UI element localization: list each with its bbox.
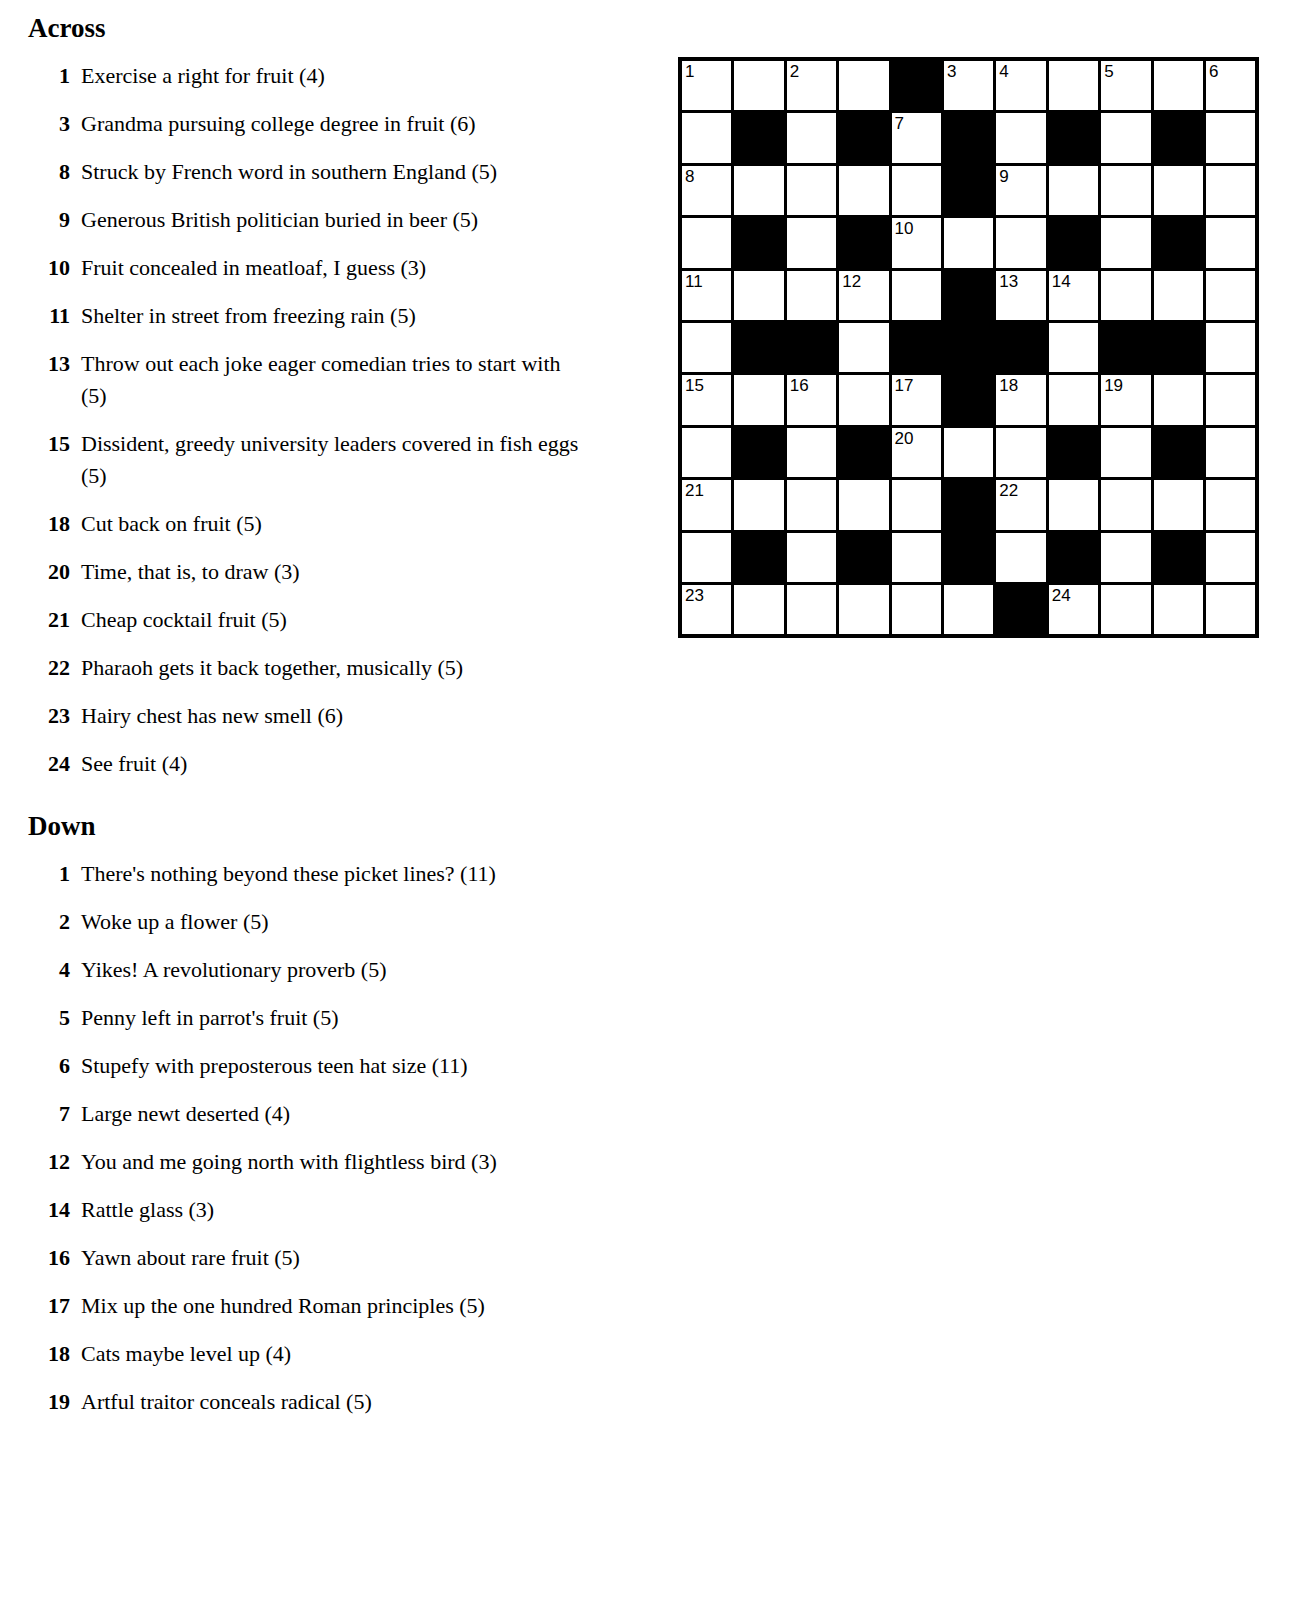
across-clue-20: 20Time, that is, to draw (3) xyxy=(28,556,660,588)
grid-cell-r1c11[interactable]: 6 xyxy=(1206,61,1255,110)
grid-cell-r7c5[interactable]: 17 xyxy=(892,375,941,424)
down-clue-12: 12You and me going north with flightless… xyxy=(28,1146,660,1178)
clue-number: 18 xyxy=(28,508,81,540)
grid-cell-r8c11[interactable] xyxy=(1206,428,1255,477)
grid-cell-r7c2[interactable] xyxy=(734,375,783,424)
cell-number: 22 xyxy=(999,481,1018,500)
grid-cell-r8c10 xyxy=(1154,428,1203,477)
cell-number: 12 xyxy=(842,272,861,291)
down-clue-list: 1There's nothing beyond these picket lin… xyxy=(28,858,660,1418)
cell-number: 13 xyxy=(999,272,1018,291)
grid-cell-r11c5[interactable] xyxy=(892,585,941,634)
grid-cell-r4c5[interactable]: 10 xyxy=(892,218,941,267)
grid-cell-r9c2[interactable] xyxy=(734,480,783,529)
across-clue-10: 10Fruit concealed in meatloaf, I guess (… xyxy=(28,252,660,284)
grid-cell-r7c7[interactable]: 18 xyxy=(996,375,1045,424)
grid-cell-r5c5[interactable] xyxy=(892,271,941,320)
clue-text: Cats maybe level up (4) xyxy=(81,1338,291,1370)
grid-cell-r9c5[interactable] xyxy=(892,480,941,529)
down-header: Down xyxy=(28,810,660,842)
cell-number: 6 xyxy=(1209,62,1218,81)
clue-number: 6 xyxy=(28,1050,81,1082)
grid-cell-r7c6 xyxy=(944,375,993,424)
clue-text: Mix up the one hundred Roman principles … xyxy=(81,1290,485,1322)
grid-cell-r7c11[interactable] xyxy=(1206,375,1255,424)
cell-number: 8 xyxy=(685,167,694,186)
down-clue-17: 17Mix up the one hundred Roman principle… xyxy=(28,1290,660,1322)
cell-number: 15 xyxy=(685,376,704,395)
clue-number: 9 xyxy=(28,204,81,236)
grid-cell-r5c11[interactable] xyxy=(1206,271,1255,320)
grid-cell-r8c6[interactable] xyxy=(944,428,993,477)
grid-cell-r5c1[interactable]: 11 xyxy=(682,271,731,320)
down-clue-14: 14Rattle glass (3) xyxy=(28,1194,660,1226)
grid-cell-r2c7[interactable] xyxy=(996,113,1045,162)
grid-cell-r4c11[interactable] xyxy=(1206,218,1255,267)
grid-cell-r11c1[interactable]: 23 xyxy=(682,585,731,634)
clue-text: Stupefy with preposterous teen hat size … xyxy=(81,1050,468,1082)
cell-number: 19 xyxy=(1104,376,1123,395)
grid-cell-r4c2 xyxy=(734,218,783,267)
down-clue-5: 5Penny left in parrot's fruit (5) xyxy=(28,1002,660,1034)
grid-cell-r8c3[interactable] xyxy=(787,428,836,477)
clue-number: 1 xyxy=(28,60,81,92)
grid-cell-r8c9[interactable] xyxy=(1101,428,1150,477)
down-clue-18: 18Cats maybe level up (4) xyxy=(28,1338,660,1370)
across-clue-9: 9Generous British politician buried in b… xyxy=(28,204,660,236)
clue-number: 24 xyxy=(28,748,81,780)
grid-cell-r1c2[interactable] xyxy=(734,61,783,110)
cell-number: 2 xyxy=(790,62,799,81)
grid-cell-r5c9[interactable] xyxy=(1101,271,1150,320)
across-clue-8: 8Struck by French word in southern Engla… xyxy=(28,156,660,188)
grid-cell-r5c8[interactable]: 14 xyxy=(1049,271,1098,320)
across-clue-11: 11Shelter in street from freezing rain (… xyxy=(28,300,660,332)
grid-cell-r10c4 xyxy=(839,533,888,582)
clue-text: Shelter in street from freezing rain (5) xyxy=(81,300,416,332)
cell-number: 24 xyxy=(1052,586,1071,605)
clue-number: 1 xyxy=(28,858,81,890)
across-clue-24: 24See fruit (4) xyxy=(28,748,660,780)
grid-cell-r5c7[interactable]: 13 xyxy=(996,271,1045,320)
grid-cell-r4c3[interactable] xyxy=(787,218,836,267)
grid-cell-r6c11[interactable] xyxy=(1206,323,1255,372)
clue-number: 7 xyxy=(28,1098,81,1130)
grid-cell-r5c6 xyxy=(944,271,993,320)
grid-cell-r7c10[interactable] xyxy=(1154,375,1203,424)
grid-cell-r5c4[interactable]: 12 xyxy=(839,271,888,320)
grid-cell-r11c3[interactable] xyxy=(787,585,836,634)
grid-cell-r7c9[interactable]: 19 xyxy=(1101,375,1150,424)
grid-cell-r4c10 xyxy=(1154,218,1203,267)
grid-cell-r3c1[interactable]: 8 xyxy=(682,166,731,215)
grid-cell-r2c11[interactable] xyxy=(1206,113,1255,162)
grid-cell-r1c1[interactable]: 1 xyxy=(682,61,731,110)
grid-cell-r1c10[interactable] xyxy=(1154,61,1203,110)
grid-cell-r10c11[interactable] xyxy=(1206,533,1255,582)
grid-cell-r10c2 xyxy=(734,533,783,582)
grid-cell-r2c10 xyxy=(1154,113,1203,162)
grid-cell-r1c3[interactable]: 2 xyxy=(787,61,836,110)
grid-cell-r11c6[interactable] xyxy=(944,585,993,634)
clue-number: 22 xyxy=(28,652,81,684)
cell-number: 21 xyxy=(685,481,704,500)
clue-number: 5 xyxy=(28,1002,81,1034)
grid-cell-r2c2 xyxy=(734,113,783,162)
grid-cell-r11c11[interactable] xyxy=(1206,585,1255,634)
grid-cell-r2c4 xyxy=(839,113,888,162)
grid-cell-r2c5[interactable]: 7 xyxy=(892,113,941,162)
grid-cell-r6c4[interactable] xyxy=(839,323,888,372)
grid-cell-r9c4[interactable] xyxy=(839,480,888,529)
across-clue-15: 15Dissident, greedy university leaders c… xyxy=(28,428,660,492)
cell-number: 7 xyxy=(895,114,904,133)
across-clue-13: 13Throw out each joke eager comedian tri… xyxy=(28,348,660,412)
grid-cell-r6c5 xyxy=(892,323,941,372)
grid-cell-r10c7[interactable] xyxy=(996,533,1045,582)
clue-text: Throw out each joke eager comedian tries… xyxy=(81,348,586,412)
grid-cell-r1c9[interactable]: 5 xyxy=(1101,61,1150,110)
clue-number: 14 xyxy=(28,1194,81,1226)
cell-number: 3 xyxy=(947,62,956,81)
grid-cell-r2c9[interactable] xyxy=(1101,113,1150,162)
cell-number: 1 xyxy=(685,62,694,81)
grid-cell-r3c9[interactable] xyxy=(1101,166,1150,215)
grid-cell-r9c7[interactable]: 22 xyxy=(996,480,1045,529)
down-clue-4: 4Yikes! A revolutionary proverb (5) xyxy=(28,954,660,986)
clue-text: Hairy chest has new smell (6) xyxy=(81,700,343,732)
cell-number: 16 xyxy=(790,376,809,395)
grid-cell-r1c7[interactable]: 4 xyxy=(996,61,1045,110)
grid-cell-r9c1[interactable]: 21 xyxy=(682,480,731,529)
grid-cell-r5c3[interactable] xyxy=(787,271,836,320)
clues-panel: Across 1Exercise a right for fruit (4)3G… xyxy=(0,0,660,1434)
grid-cell-r7c4[interactable] xyxy=(839,375,888,424)
clue-text: There's nothing beyond these picket line… xyxy=(81,858,496,890)
clue-text: Exercise a right for fruit (4) xyxy=(81,60,325,92)
grid-cell-r2c3[interactable] xyxy=(787,113,836,162)
grid-cell-r10c3[interactable] xyxy=(787,533,836,582)
down-clue-16: 16Yawn about rare fruit (5) xyxy=(28,1242,660,1274)
grid-cell-r4c8 xyxy=(1049,218,1098,267)
clue-number: 20 xyxy=(28,556,81,588)
grid-cell-r9c6 xyxy=(944,480,993,529)
cell-number: 17 xyxy=(895,376,914,395)
clue-text: Large newt deserted (4) xyxy=(81,1098,290,1130)
across-clue-23: 23Hairy chest has new smell (6) xyxy=(28,700,660,732)
clue-number: 21 xyxy=(28,604,81,636)
cell-number: 10 xyxy=(895,219,914,238)
grid-cell-r6c3 xyxy=(787,323,836,372)
grid-cell-r6c10 xyxy=(1154,323,1203,372)
grid-cell-r8c7[interactable] xyxy=(996,428,1045,477)
clue-text: Generous British politician buried in be… xyxy=(81,204,478,236)
grid-cells: 123456789101112131415161718192021222324 xyxy=(678,57,1259,638)
grid-cell-r3c7[interactable]: 9 xyxy=(996,166,1045,215)
cell-number: 18 xyxy=(999,376,1018,395)
clue-text: Pharaoh gets it back together, musically… xyxy=(81,652,463,684)
grid-cell-r4c6[interactable] xyxy=(944,218,993,267)
down-clue-2: 2Woke up a flower (5) xyxy=(28,906,660,938)
grid-cell-r6c6 xyxy=(944,323,993,372)
grid-cell-r2c8 xyxy=(1049,113,1098,162)
grid-cell-r3c3[interactable] xyxy=(787,166,836,215)
cell-number: 14 xyxy=(1052,272,1071,291)
grid-cell-r10c1[interactable] xyxy=(682,533,731,582)
grid-cell-r2c6 xyxy=(944,113,993,162)
grid-cell-r1c4[interactable] xyxy=(839,61,888,110)
grid-cell-r4c7[interactable] xyxy=(996,218,1045,267)
across-clue-21: 21Cheap cocktail fruit (5) xyxy=(28,604,660,636)
grid-cell-r11c7 xyxy=(996,585,1045,634)
clue-number: 11 xyxy=(28,300,81,332)
grid-cell-r3c11[interactable] xyxy=(1206,166,1255,215)
grid-cell-r11c10[interactable] xyxy=(1154,585,1203,634)
grid-cell-r8c2 xyxy=(734,428,783,477)
clue-text: Rattle glass (3) xyxy=(81,1194,214,1226)
grid-cell-r1c6[interactable]: 3 xyxy=(944,61,993,110)
across-header: Across xyxy=(28,12,660,44)
across-clue-3: 3Grandma pursuing college degree in frui… xyxy=(28,108,660,140)
grid-cell-r7c8[interactable] xyxy=(1049,375,1098,424)
grid-cell-r3c5[interactable] xyxy=(892,166,941,215)
grid-cell-r8c8 xyxy=(1049,428,1098,477)
clue-text: Cheap cocktail fruit (5) xyxy=(81,604,287,636)
grid-cell-r9c10[interactable] xyxy=(1154,480,1203,529)
cell-number: 4 xyxy=(999,62,1008,81)
clue-number: 19 xyxy=(28,1386,81,1418)
clue-number: 2 xyxy=(28,906,81,938)
grid-cell-r11c2[interactable] xyxy=(734,585,783,634)
grid-cell-r4c9[interactable] xyxy=(1101,218,1150,267)
grid-cell-r4c4 xyxy=(839,218,888,267)
down-clue-19: 19Artful traitor conceals radical (5) xyxy=(28,1386,660,1418)
grid-cell-r6c1[interactable] xyxy=(682,323,731,372)
grid-cell-r2c1[interactable] xyxy=(682,113,731,162)
down-clue-1: 1There's nothing beyond these picket lin… xyxy=(28,858,660,890)
grid-cell-r3c8[interactable] xyxy=(1049,166,1098,215)
grid-cell-r9c8[interactable] xyxy=(1049,480,1098,529)
clue-number: 18 xyxy=(28,1338,81,1370)
grid-cell-r6c9 xyxy=(1101,323,1150,372)
grid-cell-r6c7 xyxy=(996,323,1045,372)
clue-number: 15 xyxy=(28,428,81,460)
grid-cell-r6c2 xyxy=(734,323,783,372)
down-clue-6: 6Stupefy with preposterous teen hat size… xyxy=(28,1050,660,1082)
clue-number: 16 xyxy=(28,1242,81,1274)
clue-number: 4 xyxy=(28,954,81,986)
grid-cell-r10c9[interactable] xyxy=(1101,533,1150,582)
clue-text: Cut back on fruit (5) xyxy=(81,508,262,540)
grid-cell-r5c10[interactable] xyxy=(1154,271,1203,320)
clue-text: You and me going north with flightless b… xyxy=(81,1146,497,1178)
grid-cell-r5c2[interactable] xyxy=(734,271,783,320)
clue-text: Time, that is, to draw (3) xyxy=(81,556,300,588)
clue-text: Fruit concealed in meatloaf, I guess (3) xyxy=(81,252,426,284)
clue-text: Grandma pursuing college degree in fruit… xyxy=(81,108,476,140)
across-clue-18: 18Cut back on fruit (5) xyxy=(28,508,660,540)
grid-cell-r11c4[interactable] xyxy=(839,585,888,634)
grid-cell-r3c10[interactable] xyxy=(1154,166,1203,215)
grid-cell-r9c9[interactable] xyxy=(1101,480,1150,529)
cell-number: 9 xyxy=(999,167,1008,186)
clue-text: Yawn about rare fruit (5) xyxy=(81,1242,300,1274)
grid-cell-r9c3[interactable] xyxy=(787,480,836,529)
grid-cell-r9c11[interactable] xyxy=(1206,480,1255,529)
clue-number: 23 xyxy=(28,700,81,732)
grid-cell-r3c6 xyxy=(944,166,993,215)
grid-cell-r11c8[interactable]: 24 xyxy=(1049,585,1098,634)
grid-cell-r3c2[interactable] xyxy=(734,166,783,215)
grid-cell-r11c9[interactable] xyxy=(1101,585,1150,634)
clue-text: Dissident, greedy university leaders cov… xyxy=(81,428,586,492)
clue-number: 12 xyxy=(28,1146,81,1178)
cell-number: 5 xyxy=(1104,62,1113,81)
grid-cell-r7c1[interactable]: 15 xyxy=(682,375,731,424)
grid-cell-r8c5[interactable]: 20 xyxy=(892,428,941,477)
clue-text: Yikes! A revolutionary proverb (5) xyxy=(81,954,387,986)
grid-cell-r8c4 xyxy=(839,428,888,477)
grid-cell-r7c3[interactable]: 16 xyxy=(787,375,836,424)
cell-number: 11 xyxy=(685,272,703,291)
clue-number: 3 xyxy=(28,108,81,140)
clue-number: 8 xyxy=(28,156,81,188)
clue-text: Artful traitor conceals radical (5) xyxy=(81,1386,372,1418)
grid-cell-r6c8[interactable] xyxy=(1049,323,1098,372)
grid-cell-r10c8 xyxy=(1049,533,1098,582)
crossword-grid: 123456789101112131415161718192021222324 xyxy=(678,57,1259,638)
clue-text: See fruit (4) xyxy=(81,748,187,780)
grid-cell-r1c8[interactable] xyxy=(1049,61,1098,110)
cell-number: 23 xyxy=(685,586,704,605)
grid-cell-r8c1[interactable] xyxy=(682,428,731,477)
across-clue-list: 1Exercise a right for fruit (4)3Grandma … xyxy=(28,60,660,780)
clue-number: 13 xyxy=(28,348,81,380)
grid-cell-r10c5[interactable] xyxy=(892,533,941,582)
clue-text: Woke up a flower (5) xyxy=(81,906,269,938)
grid-cell-r10c6 xyxy=(944,533,993,582)
cell-number: 20 xyxy=(895,429,914,448)
grid-cell-r3c4[interactable] xyxy=(839,166,888,215)
grid-cell-r1c5 xyxy=(892,61,941,110)
across-clue-22: 22Pharaoh gets it back together, musical… xyxy=(28,652,660,684)
grid-cell-r4c1[interactable] xyxy=(682,218,731,267)
clue-number: 17 xyxy=(28,1290,81,1322)
grid-cell-r10c10 xyxy=(1154,533,1203,582)
across-clue-1: 1Exercise a right for fruit (4) xyxy=(28,60,660,92)
clue-text: Struck by French word in southern Englan… xyxy=(81,156,497,188)
clue-number: 10 xyxy=(28,252,81,284)
down-clue-7: 7Large newt deserted (4) xyxy=(28,1098,660,1130)
clue-text: Penny left in parrot's fruit (5) xyxy=(81,1002,339,1034)
